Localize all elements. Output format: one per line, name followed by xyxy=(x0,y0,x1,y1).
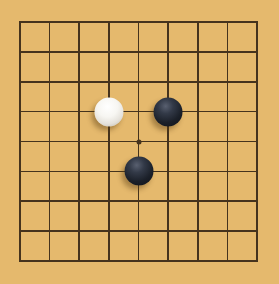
star-point-tengen xyxy=(136,139,141,144)
black-stone-E4 xyxy=(124,157,153,186)
white-stone-D6 xyxy=(94,97,123,126)
black-stone-F6 xyxy=(154,97,183,126)
go-board[interactable] xyxy=(0,0,279,284)
stones-layer xyxy=(0,0,279,284)
